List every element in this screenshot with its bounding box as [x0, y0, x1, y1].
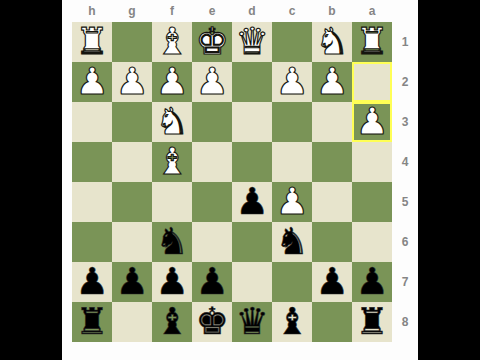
- square-g6[interactable]: [112, 222, 152, 262]
- square-e8[interactable]: ♚: [192, 302, 232, 342]
- file-label-g: g: [112, 0, 152, 22]
- square-e2[interactable]: ♟: [192, 62, 232, 102]
- square-a6[interactable]: [352, 222, 392, 262]
- square-a2[interactable]: [352, 62, 392, 102]
- square-g8[interactable]: [112, 302, 152, 342]
- chess-board[interactable]: ♜♝♚♛♞♜♟♟♟♟♟♟♞♟♝♟♟♞♞♟♟♟♟♟♟♜♝♚♛♝♜: [72, 22, 392, 342]
- piece-white-pawn[interactable]: ♟: [275, 182, 308, 222]
- square-f4[interactable]: ♝: [152, 142, 192, 182]
- square-a3[interactable]: ♟: [352, 102, 392, 142]
- square-h7[interactable]: ♟: [72, 262, 112, 302]
- square-c6[interactable]: ♞: [272, 222, 312, 262]
- rank-label-7: 7: [392, 262, 418, 302]
- square-f7[interactable]: ♟: [152, 262, 192, 302]
- square-f3[interactable]: ♞: [152, 102, 192, 142]
- square-a1[interactable]: ♜: [352, 22, 392, 62]
- square-d5[interactable]: ♟: [232, 182, 272, 222]
- piece-white-rook[interactable]: ♜: [355, 22, 388, 62]
- file-label-a: a: [352, 0, 392, 22]
- piece-white-pawn[interactable]: ♟: [155, 62, 188, 102]
- square-e6[interactable]: [192, 222, 232, 262]
- square-e5[interactable]: [192, 182, 232, 222]
- file-labels: hgfedcba: [72, 0, 392, 22]
- rank-label-6: 6: [392, 222, 418, 262]
- square-e1[interactable]: ♚: [192, 22, 232, 62]
- square-f1[interactable]: ♝: [152, 22, 192, 62]
- file-label-f: f: [152, 0, 192, 22]
- piece-black-pawn[interactable]: ♟: [355, 262, 388, 302]
- square-d7[interactable]: [232, 262, 272, 302]
- piece-white-pawn[interactable]: ♟: [115, 62, 148, 102]
- piece-white-pawn[interactable]: ♟: [75, 62, 108, 102]
- square-c7[interactable]: [272, 262, 312, 302]
- square-b6[interactable]: [312, 222, 352, 262]
- square-c4[interactable]: [272, 142, 312, 182]
- square-a5[interactable]: [352, 182, 392, 222]
- square-g1[interactable]: [112, 22, 152, 62]
- square-a7[interactable]: ♟: [352, 262, 392, 302]
- square-e3[interactable]: [192, 102, 232, 142]
- square-b2[interactable]: ♟: [312, 62, 352, 102]
- rank-label-5: 5: [392, 182, 418, 222]
- square-d4[interactable]: [232, 142, 272, 182]
- piece-white-pawn[interactable]: ♟: [195, 62, 228, 102]
- square-g7[interactable]: ♟: [112, 262, 152, 302]
- square-d1[interactable]: ♛: [232, 22, 272, 62]
- square-g4[interactable]: [112, 142, 152, 182]
- rank-label-1: 1: [392, 22, 418, 62]
- piece-black-rook[interactable]: ♜: [355, 302, 388, 342]
- square-c2[interactable]: ♟: [272, 62, 312, 102]
- piece-black-rook[interactable]: ♜: [75, 302, 108, 342]
- file-label-c: c: [272, 0, 312, 22]
- piece-black-pawn[interactable]: ♟: [75, 262, 108, 302]
- square-f5[interactable]: [152, 182, 192, 222]
- piece-black-bishop[interactable]: ♝: [275, 302, 308, 342]
- square-b5[interactable]: [312, 182, 352, 222]
- square-g2[interactable]: ♟: [112, 62, 152, 102]
- piece-black-king[interactable]: ♚: [195, 302, 228, 342]
- piece-white-queen[interactable]: ♛: [235, 22, 268, 62]
- square-d3[interactable]: [232, 102, 272, 142]
- square-h2[interactable]: ♟: [72, 62, 112, 102]
- piece-black-pawn[interactable]: ♟: [155, 262, 188, 302]
- piece-white-knight[interactable]: ♞: [315, 22, 348, 62]
- square-d8[interactable]: ♛: [232, 302, 272, 342]
- square-h5[interactable]: [72, 182, 112, 222]
- piece-black-pawn[interactable]: ♟: [115, 262, 148, 302]
- square-d6[interactable]: [232, 222, 272, 262]
- square-c5[interactable]: ♟: [272, 182, 312, 222]
- square-f2[interactable]: ♟: [152, 62, 192, 102]
- square-h1[interactable]: ♜: [72, 22, 112, 62]
- square-b7[interactable]: ♟: [312, 262, 352, 302]
- piece-black-bishop[interactable]: ♝: [155, 302, 188, 342]
- square-b3[interactable]: [312, 102, 352, 142]
- piece-white-bishop[interactable]: ♝: [155, 142, 188, 182]
- square-h4[interactable]: [72, 142, 112, 182]
- square-h8[interactable]: ♜: [72, 302, 112, 342]
- piece-black-queen[interactable]: ♛: [235, 302, 268, 342]
- rank-label-3: 3: [392, 102, 418, 142]
- piece-white-bishop[interactable]: ♝: [155, 22, 188, 62]
- file-label-e: e: [192, 0, 232, 22]
- square-g3[interactable]: [112, 102, 152, 142]
- square-b8[interactable]: [312, 302, 352, 342]
- square-d2[interactable]: [232, 62, 272, 102]
- square-f6[interactable]: ♞: [152, 222, 192, 262]
- square-c1[interactable]: [272, 22, 312, 62]
- square-c3[interactable]: [272, 102, 312, 142]
- piece-black-pawn[interactable]: ♟: [315, 262, 348, 302]
- piece-white-knight[interactable]: ♞: [155, 102, 188, 142]
- rank-label-4: 4: [392, 142, 418, 182]
- piece-black-pawn[interactable]: ♟: [235, 182, 268, 222]
- piece-black-knight[interactable]: ♞: [275, 222, 308, 262]
- file-label-b: b: [312, 0, 352, 22]
- square-c8[interactable]: ♝: [272, 302, 312, 342]
- square-g5[interactable]: [112, 182, 152, 222]
- rank-label-2: 2: [392, 62, 418, 102]
- piece-white-pawn[interactable]: ♟: [315, 62, 348, 102]
- file-label-h: h: [72, 0, 112, 22]
- square-b1[interactable]: ♞: [312, 22, 352, 62]
- piece-white-rook[interactable]: ♜: [75, 22, 108, 62]
- chess-diagram-panel: hgfedcba ♜♝♚♛♞♜♟♟♟♟♟♟♞♟♝♟♟♞♞♟♟♟♟♟♟♜♝♚♛♝♜…: [62, 0, 418, 360]
- square-a8[interactable]: ♜: [352, 302, 392, 342]
- square-b4[interactable]: [312, 142, 352, 182]
- square-h6[interactable]: [72, 222, 112, 262]
- piece-black-knight[interactable]: ♞: [155, 222, 188, 262]
- rank-labels: 12345678: [392, 22, 418, 342]
- piece-white-pawn[interactable]: ♟: [355, 102, 388, 142]
- square-e4[interactable]: [192, 142, 232, 182]
- square-e7[interactable]: ♟: [192, 262, 232, 302]
- piece-black-pawn[interactable]: ♟: [195, 262, 228, 302]
- video-frame: hgfedcba ♜♝♚♛♞♜♟♟♟♟♟♟♞♟♝♟♟♞♞♟♟♟♟♟♟♜♝♚♛♝♜…: [0, 0, 480, 360]
- piece-white-pawn[interactable]: ♟: [275, 62, 308, 102]
- file-label-d: d: [232, 0, 272, 22]
- square-h3[interactable]: [72, 102, 112, 142]
- piece-white-king[interactable]: ♚: [195, 22, 228, 62]
- square-a4[interactable]: [352, 142, 392, 182]
- square-f8[interactable]: ♝: [152, 302, 192, 342]
- rank-label-8: 8: [392, 302, 418, 342]
